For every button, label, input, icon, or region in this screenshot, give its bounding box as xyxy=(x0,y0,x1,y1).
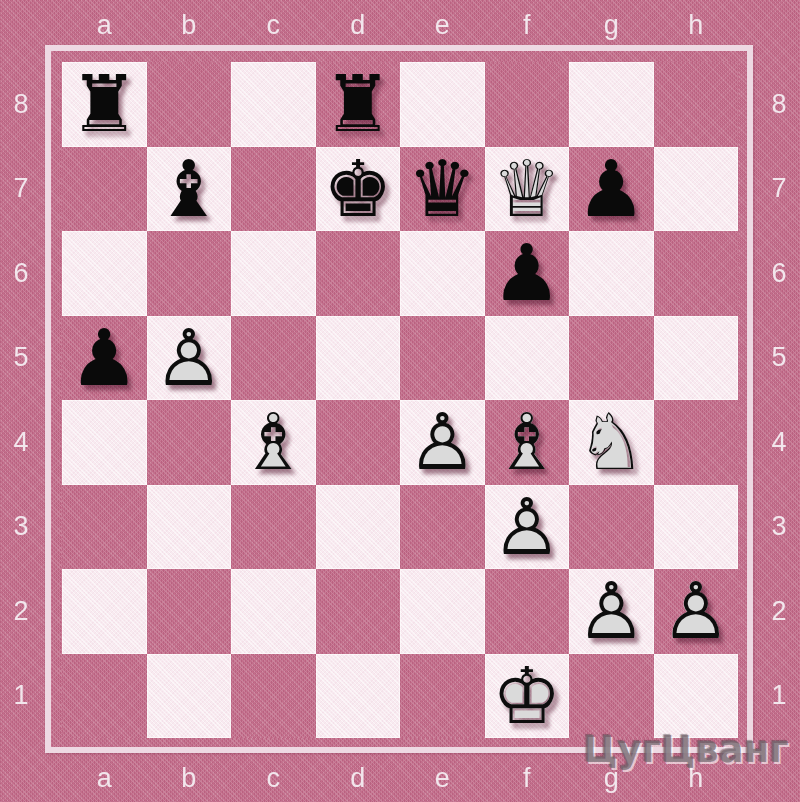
rank-labels-left: 87654321 xyxy=(6,62,36,738)
square-b4[interactable] xyxy=(147,400,232,485)
piece-black-rook[interactable]: ♜ xyxy=(62,62,147,147)
square-d4[interactable] xyxy=(316,400,401,485)
file-label-d: d xyxy=(316,758,401,798)
rank-label-3: 3 xyxy=(764,485,794,570)
square-e1[interactable] xyxy=(400,654,485,739)
file-labels-top: abcdefgh xyxy=(62,6,738,44)
white-pawn-outline-glyph: ♙ xyxy=(485,485,570,570)
square-a6[interactable] xyxy=(62,231,147,316)
white-pawn-outline-glyph: ♙ xyxy=(147,316,232,401)
square-b2[interactable] xyxy=(147,569,232,654)
square-c2[interactable] xyxy=(231,569,316,654)
square-b3[interactable] xyxy=(147,485,232,570)
square-e7[interactable]: ♛ xyxy=(400,147,485,232)
square-c7[interactable] xyxy=(231,147,316,232)
white-bishop-outline-glyph: ♗ xyxy=(485,400,570,485)
piece-white-pawn[interactable]: ♟♙ xyxy=(485,485,570,570)
square-h5[interactable] xyxy=(654,316,739,401)
watermark: ЦугЦванг xyxy=(583,728,788,771)
file-label-c: c xyxy=(231,758,316,798)
square-f3[interactable]: ♟♙ xyxy=(485,485,570,570)
square-a1[interactable] xyxy=(62,654,147,739)
square-e8[interactable] xyxy=(400,62,485,147)
rank-label-5: 5 xyxy=(764,316,794,401)
white-king-outline-glyph: ♔ xyxy=(485,654,570,739)
file-label-g: g xyxy=(569,6,654,44)
piece-white-knight[interactable]: ♞♘ xyxy=(569,400,654,485)
square-g4[interactable]: ♞♘ xyxy=(569,400,654,485)
piece-white-pawn[interactable]: ♟♙ xyxy=(569,569,654,654)
file-label-f: f xyxy=(485,6,570,44)
rank-label-2: 2 xyxy=(6,569,36,654)
square-g7[interactable]: ♟ xyxy=(569,147,654,232)
piece-white-pawn[interactable]: ♟♙ xyxy=(654,569,739,654)
square-d1[interactable] xyxy=(316,654,401,739)
square-b5[interactable]: ♟♙ xyxy=(147,316,232,401)
file-label-e: e xyxy=(400,6,485,44)
square-e5[interactable] xyxy=(400,316,485,401)
piece-white-king[interactable]: ♚♔ xyxy=(485,654,570,739)
chess-board: ♜♜♝♚♛♛♕♟♟♟♟♙♝♗♟♙♝♗♞♘♟♙♟♙♟♙♚♔ xyxy=(62,62,738,738)
black-pawn-glyph: ♟ xyxy=(62,316,147,401)
black-pawn-glyph: ♟ xyxy=(569,147,654,232)
piece-black-king[interactable]: ♚ xyxy=(316,147,401,232)
rank-label-7: 7 xyxy=(764,147,794,232)
square-f5[interactable] xyxy=(485,316,570,401)
square-a2[interactable] xyxy=(62,569,147,654)
piece-white-bishop[interactable]: ♝♗ xyxy=(485,400,570,485)
piece-black-pawn[interactable]: ♟ xyxy=(62,316,147,401)
white-pawn-outline-glyph: ♙ xyxy=(569,569,654,654)
piece-white-queen[interactable]: ♛♕ xyxy=(485,147,570,232)
square-e6[interactable] xyxy=(400,231,485,316)
square-c4[interactable]: ♝♗ xyxy=(231,400,316,485)
file-label-a: a xyxy=(62,758,147,798)
square-f1[interactable]: ♚♔ xyxy=(485,654,570,739)
square-c1[interactable] xyxy=(231,654,316,739)
rank-label-3: 3 xyxy=(6,485,36,570)
square-g2[interactable]: ♟♙ xyxy=(569,569,654,654)
square-h4[interactable] xyxy=(654,400,739,485)
black-rook-glyph: ♜ xyxy=(62,62,147,147)
rank-label-1: 1 xyxy=(6,654,36,739)
white-queen-outline-glyph: ♕ xyxy=(485,147,570,232)
square-h7[interactable] xyxy=(654,147,739,232)
square-d2[interactable] xyxy=(316,569,401,654)
square-a8[interactable]: ♜ xyxy=(62,62,147,147)
square-h6[interactable] xyxy=(654,231,739,316)
rank-label-5: 5 xyxy=(6,316,36,401)
piece-white-pawn[interactable]: ♟♙ xyxy=(400,400,485,485)
square-d3[interactable] xyxy=(316,485,401,570)
square-a3[interactable] xyxy=(62,485,147,570)
rank-label-7: 7 xyxy=(6,147,36,232)
square-e2[interactable] xyxy=(400,569,485,654)
file-label-e: e xyxy=(400,758,485,798)
square-a4[interactable] xyxy=(62,400,147,485)
rank-label-6: 6 xyxy=(764,231,794,316)
black-king-glyph: ♚ xyxy=(316,147,401,232)
piece-white-pawn[interactable]: ♟♙ xyxy=(147,316,232,401)
square-f6[interactable]: ♟ xyxy=(485,231,570,316)
square-c8[interactable] xyxy=(231,62,316,147)
black-rook-glyph: ♜ xyxy=(316,62,401,147)
black-pawn-glyph: ♟ xyxy=(485,231,570,316)
square-h1[interactable] xyxy=(654,654,739,739)
square-f4[interactable]: ♝♗ xyxy=(485,400,570,485)
square-c3[interactable] xyxy=(231,485,316,570)
chess-diagram: abcdefgh abcdefgh 87654321 87654321 ♜♜♝♚… xyxy=(0,0,800,802)
square-g8[interactable] xyxy=(569,62,654,147)
piece-black-queen[interactable]: ♛ xyxy=(400,147,485,232)
square-f2[interactable] xyxy=(485,569,570,654)
black-queen-glyph: ♛ xyxy=(400,147,485,232)
file-label-d: d xyxy=(316,6,401,44)
square-f8[interactable] xyxy=(485,62,570,147)
piece-white-bishop[interactable]: ♝♗ xyxy=(231,400,316,485)
square-b8[interactable] xyxy=(147,62,232,147)
square-b7[interactable]: ♝ xyxy=(147,147,232,232)
square-b1[interactable] xyxy=(147,654,232,739)
file-label-h: h xyxy=(654,6,739,44)
piece-black-rook[interactable]: ♜ xyxy=(316,62,401,147)
rank-labels-right: 87654321 xyxy=(764,62,794,738)
file-label-c: c xyxy=(231,6,316,44)
square-f7[interactable]: ♛♕ xyxy=(485,147,570,232)
square-h3[interactable] xyxy=(654,485,739,570)
black-bishop-glyph: ♝ xyxy=(147,147,232,232)
square-d5[interactable] xyxy=(316,316,401,401)
rank-label-1: 1 xyxy=(764,654,794,739)
square-e4[interactable]: ♟♙ xyxy=(400,400,485,485)
rank-label-4: 4 xyxy=(6,400,36,485)
square-h8[interactable] xyxy=(654,62,739,147)
piece-black-pawn[interactable]: ♟ xyxy=(485,231,570,316)
file-label-a: a xyxy=(62,6,147,44)
file-label-b: b xyxy=(147,758,232,798)
square-c6[interactable] xyxy=(231,231,316,316)
white-knight-outline-glyph: ♘ xyxy=(569,400,654,485)
white-pawn-outline-glyph: ♙ xyxy=(654,569,739,654)
rank-label-2: 2 xyxy=(764,569,794,654)
square-a5[interactable]: ♟ xyxy=(62,316,147,401)
square-a7[interactable] xyxy=(62,147,147,232)
file-label-b: b xyxy=(147,6,232,44)
white-bishop-outline-glyph: ♗ xyxy=(231,400,316,485)
square-d6[interactable] xyxy=(316,231,401,316)
piece-black-bishop[interactable]: ♝ xyxy=(147,147,232,232)
square-d8[interactable]: ♜ xyxy=(316,62,401,147)
square-b6[interactable] xyxy=(147,231,232,316)
square-g6[interactable] xyxy=(569,231,654,316)
piece-black-pawn[interactable]: ♟ xyxy=(569,147,654,232)
rank-label-4: 4 xyxy=(764,400,794,485)
rank-label-8: 8 xyxy=(6,62,36,147)
square-c5[interactable] xyxy=(231,316,316,401)
square-g1[interactable] xyxy=(569,654,654,739)
rank-label-8: 8 xyxy=(764,62,794,147)
file-label-f: f xyxy=(485,758,570,798)
square-h2[interactable]: ♟♙ xyxy=(654,569,739,654)
rank-label-6: 6 xyxy=(6,231,36,316)
square-e3[interactable] xyxy=(400,485,485,570)
square-d7[interactable]: ♚ xyxy=(316,147,401,232)
square-g3[interactable] xyxy=(569,485,654,570)
square-g5[interactable] xyxy=(569,316,654,401)
white-pawn-outline-glyph: ♙ xyxy=(400,400,485,485)
